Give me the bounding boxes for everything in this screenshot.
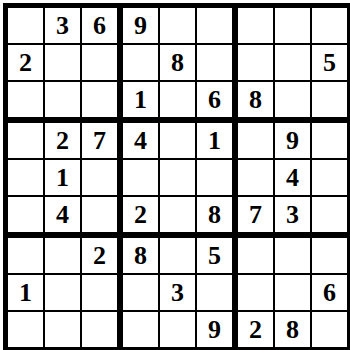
cell-r2c7[interactable] [238, 45, 273, 80]
cell-r5c8[interactable]: 4 [275, 160, 310, 195]
cell-r6c8[interactable]: 3 [275, 197, 310, 232]
cell-r3c7[interactable]: 8 [238, 82, 273, 117]
cell-r7c2[interactable] [45, 238, 80, 273]
cell-r8c4[interactable] [123, 275, 158, 310]
cell-r2c3[interactable] [82, 45, 117, 80]
cell-r7c5[interactable] [160, 238, 195, 273]
cell-r9c4[interactable] [123, 312, 158, 347]
cell-r6c6[interactable]: 8 [197, 197, 232, 232]
cell-r2c4[interactable] [123, 45, 158, 80]
cell-r5c3[interactable] [82, 160, 117, 195]
cell-r1c7[interactable] [238, 8, 273, 43]
cell-r9c8[interactable]: 8 [275, 312, 310, 347]
cell-r2c1[interactable]: 2 [8, 45, 43, 80]
sudoku-board: 362981658271441289473218539628 [3, 3, 350, 350]
cell-r6c1[interactable] [8, 197, 43, 232]
cell-r2c2[interactable] [45, 45, 80, 80]
cell-r1c4[interactable]: 9 [123, 8, 158, 43]
sudoku-box-9: 628 [238, 238, 347, 347]
sudoku-box-1: 362 [8, 8, 117, 117]
cell-r4c7[interactable] [238, 123, 273, 158]
cell-r1c3[interactable]: 6 [82, 8, 117, 43]
sudoku-box-8: 8539 [123, 238, 232, 347]
cell-r4c8[interactable]: 9 [275, 123, 310, 158]
cell-r3c3[interactable] [82, 82, 117, 117]
cell-r5c6[interactable] [197, 160, 232, 195]
cell-r1c8[interactable] [275, 8, 310, 43]
cell-r5c5[interactable] [160, 160, 195, 195]
sudoku-box-5: 4128 [123, 123, 232, 232]
sudoku-box-6: 9473 [238, 123, 347, 232]
cell-r7c8[interactable] [275, 238, 310, 273]
cell-r5c4[interactable] [123, 160, 158, 195]
cell-r4c3[interactable]: 7 [82, 123, 117, 158]
cell-r1c9[interactable] [312, 8, 347, 43]
sudoku-box-4: 2714 [8, 123, 117, 232]
cell-r1c6[interactable] [197, 8, 232, 43]
cell-r8c1[interactable]: 1 [8, 275, 43, 310]
cell-r6c9[interactable] [312, 197, 347, 232]
sudoku-box-7: 21 [8, 238, 117, 347]
cell-r4c6[interactable]: 1 [197, 123, 232, 158]
cell-r7c9[interactable] [312, 238, 347, 273]
cell-r7c1[interactable] [8, 238, 43, 273]
cell-r3c5[interactable] [160, 82, 195, 117]
cell-r4c1[interactable] [8, 123, 43, 158]
cell-r1c2[interactable]: 3 [45, 8, 80, 43]
cell-r8c6[interactable] [197, 275, 232, 310]
cell-r8c5[interactable]: 3 [160, 275, 195, 310]
cell-r4c4[interactable]: 4 [123, 123, 158, 158]
cell-r4c5[interactable] [160, 123, 195, 158]
cell-r7c7[interactable] [238, 238, 273, 273]
cell-r7c3[interactable]: 2 [82, 238, 117, 273]
cell-r9c9[interactable] [312, 312, 347, 347]
cell-r3c4[interactable]: 1 [123, 82, 158, 117]
cell-r3c8[interactable] [275, 82, 310, 117]
cell-r3c9[interactable] [312, 82, 347, 117]
sudoku-box-3: 58 [238, 8, 347, 117]
cell-r2c9[interactable]: 5 [312, 45, 347, 80]
cell-r7c4[interactable]: 8 [123, 238, 158, 273]
cell-r5c1[interactable] [8, 160, 43, 195]
cell-r2c6[interactable] [197, 45, 232, 80]
cell-r3c2[interactable] [45, 82, 80, 117]
cell-r8c3[interactable] [82, 275, 117, 310]
cell-r9c6[interactable]: 9 [197, 312, 232, 347]
cell-r2c5[interactable]: 8 [160, 45, 195, 80]
cell-r3c6[interactable]: 6 [197, 82, 232, 117]
cell-r9c7[interactable]: 2 [238, 312, 273, 347]
cell-r6c7[interactable]: 7 [238, 197, 273, 232]
sudoku-box-2: 9816 [123, 8, 232, 117]
cell-r3c1[interactable] [8, 82, 43, 117]
cell-r6c3[interactable] [82, 197, 117, 232]
cell-r1c1[interactable] [8, 8, 43, 43]
cell-r6c2[interactable]: 4 [45, 197, 80, 232]
cell-r9c1[interactable] [8, 312, 43, 347]
cell-r9c3[interactable] [82, 312, 117, 347]
cell-r5c9[interactable] [312, 160, 347, 195]
cell-r5c7[interactable] [238, 160, 273, 195]
cell-r8c7[interactable] [238, 275, 273, 310]
cell-r6c5[interactable] [160, 197, 195, 232]
cell-r4c2[interactable]: 2 [45, 123, 80, 158]
sudoku-page: 362981658271441289473218539628 [0, 0, 350, 350]
cell-r8c9[interactable]: 6 [312, 275, 347, 310]
cell-r4c9[interactable] [312, 123, 347, 158]
cell-r2c8[interactable] [275, 45, 310, 80]
cell-r8c8[interactable] [275, 275, 310, 310]
cell-r9c2[interactable] [45, 312, 80, 347]
cell-r1c5[interactable] [160, 8, 195, 43]
cell-r6c4[interactable]: 2 [123, 197, 158, 232]
cell-r5c2[interactable]: 1 [45, 160, 80, 195]
cell-r8c2[interactable] [45, 275, 80, 310]
cell-r7c6[interactable]: 5 [197, 238, 232, 273]
cell-r9c5[interactable] [160, 312, 195, 347]
